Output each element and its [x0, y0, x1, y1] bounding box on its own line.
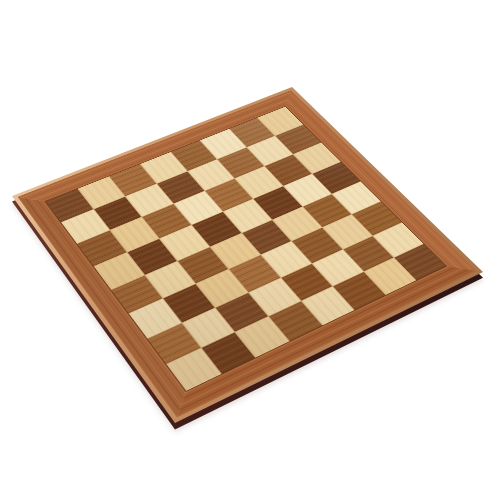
chess-board	[12, 87, 483, 423]
product-photo-stage	[0, 0, 500, 500]
board-squares-grid	[46, 107, 446, 391]
